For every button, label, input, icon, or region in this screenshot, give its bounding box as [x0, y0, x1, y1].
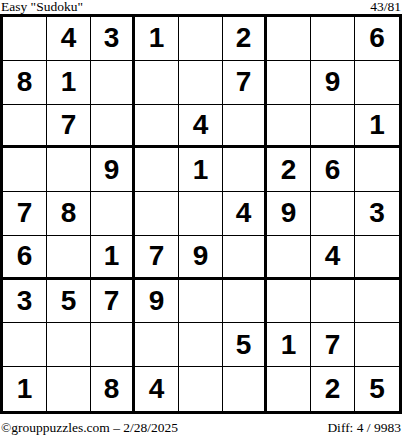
cell-r7c8	[311, 280, 355, 324]
cell-r6c4: 7	[135, 236, 179, 280]
cell-r9c5	[179, 367, 223, 411]
cell-r4c7: 2	[267, 148, 311, 192]
cell-r8c2	[47, 323, 91, 367]
header: Easy "Sudoku" 43/81	[0, 0, 402, 14]
cell-r4c4	[135, 148, 179, 192]
page-title: Easy "Sudoku"	[1, 0, 83, 13]
cell-r3c3	[91, 105, 135, 149]
difficulty-text: Diff: 4 / 9983	[327, 420, 401, 435]
cell-r1c4: 1	[135, 17, 179, 61]
cell-r1c9: 6	[355, 17, 399, 61]
cell-r1c1	[3, 17, 47, 61]
cell-r9c1: 1	[3, 367, 47, 411]
cell-r6c5: 9	[179, 236, 223, 280]
cell-r6c8: 4	[311, 236, 355, 280]
cell-r2c6: 7	[223, 61, 267, 105]
cell-r7c5	[179, 280, 223, 324]
cell-r1c2: 4	[47, 17, 91, 61]
cell-r4c3: 9	[91, 148, 135, 192]
cell-r4c9	[355, 148, 399, 192]
cell-r3c9: 1	[355, 105, 399, 149]
cell-r5c2: 8	[47, 192, 91, 236]
cell-r8c3	[91, 323, 135, 367]
cell-r2c1: 8	[3, 61, 47, 105]
cell-r1c6: 2	[223, 17, 267, 61]
cell-r6c6	[223, 236, 267, 280]
cell-r2c2: 1	[47, 61, 91, 105]
cell-r6c3: 1	[91, 236, 135, 280]
cell-r3c4	[135, 105, 179, 149]
cell-r7c6	[223, 280, 267, 324]
cell-r7c9	[355, 280, 399, 324]
cell-r7c2: 5	[47, 280, 91, 324]
cell-r5c5	[179, 192, 223, 236]
cell-r2c7	[267, 61, 311, 105]
cell-r6c2	[47, 236, 91, 280]
cell-r9c7	[267, 367, 311, 411]
cell-r9c9: 5	[355, 367, 399, 411]
cell-r8c7: 1	[267, 323, 311, 367]
copyright-text: ©grouppuzzles.com – 2/28/2025	[1, 420, 178, 435]
cell-r9c8: 2	[311, 367, 355, 411]
cell-r3c1	[3, 105, 47, 149]
cell-r8c5	[179, 323, 223, 367]
cell-r4c1	[3, 148, 47, 192]
cell-r5c4	[135, 192, 179, 236]
footer: ©grouppuzzles.com – 2/28/2025 Diff: 4 / …	[0, 420, 402, 435]
cell-r9c4: 4	[135, 367, 179, 411]
cell-r3c2: 7	[47, 105, 91, 149]
cell-r1c5	[179, 17, 223, 61]
cell-r6c7	[267, 236, 311, 280]
cell-r8c4	[135, 323, 179, 367]
cell-r1c3: 3	[91, 17, 135, 61]
cell-r1c8	[311, 17, 355, 61]
cell-r2c8: 9	[311, 61, 355, 105]
cell-r8c8: 7	[311, 323, 355, 367]
cell-r5c6: 4	[223, 192, 267, 236]
cell-r9c3: 8	[91, 367, 135, 411]
cell-r6c9	[355, 236, 399, 280]
cell-r5c3	[91, 192, 135, 236]
cell-r2c9	[355, 61, 399, 105]
sudoku-board: 43126817974191267849361794357951718425	[0, 14, 402, 414]
cell-r7c1: 3	[3, 280, 47, 324]
cell-r7c3: 7	[91, 280, 135, 324]
cell-r3c6	[223, 105, 267, 149]
cell-r8c9	[355, 323, 399, 367]
cell-r7c4: 9	[135, 280, 179, 324]
cell-r8c6: 5	[223, 323, 267, 367]
cells-remaining-counter: 43/81	[370, 0, 401, 13]
cell-r8c1	[3, 323, 47, 367]
cell-r2c4	[135, 61, 179, 105]
cell-r4c8: 6	[311, 148, 355, 192]
cell-r7c7	[267, 280, 311, 324]
cell-r3c8	[311, 105, 355, 149]
cell-r5c8	[311, 192, 355, 236]
cell-r3c7	[267, 105, 311, 149]
cell-r5c9: 3	[355, 192, 399, 236]
cell-r2c3	[91, 61, 135, 105]
cell-r1c7	[267, 17, 311, 61]
cell-r4c6	[223, 148, 267, 192]
cell-r2c5	[179, 61, 223, 105]
sudoku-page: Easy "Sudoku" 43/81 43126817974191267849…	[0, 0, 402, 437]
cell-r4c2	[47, 148, 91, 192]
cell-r5c7: 9	[267, 192, 311, 236]
cell-r9c2	[47, 367, 91, 411]
cell-r5c1: 7	[3, 192, 47, 236]
cell-r9c6	[223, 367, 267, 411]
cell-r4c5: 1	[179, 148, 223, 192]
cell-r3c5: 4	[179, 105, 223, 149]
cell-r6c1: 6	[3, 236, 47, 280]
